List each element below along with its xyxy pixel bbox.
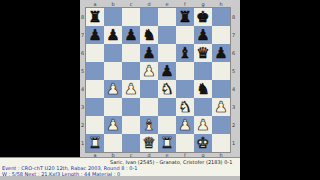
square-g2[interactable]: ♟ — [194, 116, 212, 134]
piece-white-pawn: ♟ — [212, 98, 230, 116]
rank-label-2: 2 — [231, 116, 236, 134]
square-d8[interactable] — [140, 8, 158, 26]
square-a3[interactable] — [86, 98, 104, 116]
piece-black-rook: ♜ — [86, 8, 104, 26]
piece-white-pawn: ♟ — [176, 116, 194, 134]
square-d6[interactable]: ♟ — [140, 44, 158, 62]
piece-black-knight: ♞ — [140, 26, 158, 44]
piece-white-pawn: ♟ — [104, 116, 122, 134]
square-h3[interactable]: ♟ — [212, 98, 230, 116]
square-e3[interactable] — [158, 98, 176, 116]
piece-white-king: ♚ — [194, 134, 212, 152]
square-f5[interactable] — [176, 62, 194, 80]
piece-white-rook: ♜ — [158, 134, 176, 152]
square-e8[interactable] — [158, 8, 176, 26]
square-b1[interactable] — [104, 134, 122, 152]
square-g5[interactable] — [194, 62, 212, 80]
square-h4[interactable] — [212, 80, 230, 98]
square-f1[interactable] — [176, 134, 194, 152]
rank-labels-right: 87654321 — [231, 8, 236, 152]
square-b4[interactable]: ♟ — [104, 80, 122, 98]
square-b6[interactable] — [104, 44, 122, 62]
square-d5[interactable]: ♟ — [140, 62, 158, 80]
square-g8[interactable]: ♚ — [194, 8, 212, 26]
square-c1[interactable] — [122, 134, 140, 152]
square-h7[interactable] — [212, 26, 230, 44]
piece-black-knight: ♞ — [194, 80, 212, 98]
piece-black-queen: ♛ — [194, 44, 212, 62]
square-a1[interactable]: ♜ — [86, 134, 104, 152]
square-d1[interactable]: ♛ — [140, 134, 158, 152]
square-b8[interactable] — [104, 8, 122, 26]
square-h6[interactable]: ♟ — [212, 44, 230, 62]
square-a4[interactable] — [86, 80, 104, 98]
square-g7[interactable]: ♟ — [194, 26, 212, 44]
square-a7[interactable]: ♟ — [86, 26, 104, 44]
window-bottom-bar — [0, 176, 240, 180]
chess-gui-panel: abcdefgh 87654321 87654321 ♜♜♚♟♟♟♞♟♟♝♛♟♟… — [80, 0, 240, 157]
square-a6[interactable] — [86, 44, 104, 62]
square-e5[interactable]: ♟ — [158, 62, 176, 80]
square-a8[interactable]: ♜ — [86, 8, 104, 26]
piece-white-pawn: ♟ — [104, 80, 122, 98]
rank-label-5: 5 — [231, 62, 236, 80]
square-c2[interactable] — [122, 116, 140, 134]
square-c8[interactable] — [122, 8, 140, 26]
chess-board: ♜♜♚♟♟♟♞♟♟♝♛♟♟♟♟♟♞♞♞♟♟♝♟♟♜♛♜♚ — [85, 7, 231, 153]
square-e1[interactable]: ♜ — [158, 134, 176, 152]
square-h5[interactable] — [212, 62, 230, 80]
square-f2[interactable]: ♟ — [176, 116, 194, 134]
square-h2[interactable] — [212, 116, 230, 134]
video-frame: abcdefgh 87654321 87654321 ♜♜♚♟♟♟♞♟♟♝♛♟♟… — [0, 0, 320, 180]
piece-white-pawn: ♟ — [194, 116, 212, 134]
square-b2[interactable]: ♟ — [104, 116, 122, 134]
piece-black-pawn: ♟ — [104, 26, 122, 44]
square-c4[interactable]: ♟ — [122, 80, 140, 98]
square-g4[interactable]: ♞ — [194, 80, 212, 98]
square-b5[interactable] — [104, 62, 122, 80]
piece-black-king: ♚ — [194, 8, 212, 26]
square-f8[interactable]: ♜ — [176, 8, 194, 26]
game-info-panel: Saric, Ivan (2545) - Granato, Cristofer … — [0, 157, 240, 176]
piece-white-knight: ♞ — [176, 98, 194, 116]
piece-black-rook: ♜ — [176, 8, 194, 26]
piece-black-pawn: ♟ — [140, 44, 158, 62]
square-c7[interactable]: ♟ — [122, 26, 140, 44]
square-e6[interactable] — [158, 44, 176, 62]
square-d4[interactable] — [140, 80, 158, 98]
piece-black-pawn: ♟ — [86, 26, 104, 44]
square-g6[interactable]: ♛ — [194, 44, 212, 62]
square-e2[interactable] — [158, 116, 176, 134]
rank-label-1: 1 — [231, 134, 236, 152]
square-a5[interactable] — [86, 62, 104, 80]
square-g3[interactable] — [194, 98, 212, 116]
piece-white-pawn: ♟ — [122, 80, 140, 98]
square-h8[interactable] — [212, 8, 230, 26]
rank-label-3: 3 — [231, 98, 236, 116]
square-f4[interactable] — [176, 80, 194, 98]
piece-black-pawn: ♟ — [212, 44, 230, 62]
square-a2[interactable] — [86, 116, 104, 134]
square-c6[interactable] — [122, 44, 140, 62]
piece-white-pawn: ♟ — [140, 62, 158, 80]
piece-black-pawn: ♟ — [122, 26, 140, 44]
square-e4[interactable]: ♞ — [158, 80, 176, 98]
piece-white-queen: ♛ — [140, 134, 158, 152]
rank-label-4: 4 — [231, 80, 236, 98]
piece-black-pawn: ♟ — [194, 26, 212, 44]
square-g1[interactable]: ♚ — [194, 134, 212, 152]
square-d7[interactable]: ♞ — [140, 26, 158, 44]
piece-white-rook: ♜ — [86, 134, 104, 152]
square-b3[interactable] — [104, 98, 122, 116]
piece-black-bishop: ♝ — [176, 44, 194, 62]
rank-label-7: 7 — [231, 26, 236, 44]
square-f7[interactable] — [176, 26, 194, 44]
rank-label-6: 6 — [231, 44, 236, 62]
rank-label-8: 8 — [231, 8, 236, 26]
piece-black-pawn: ♟ — [158, 62, 176, 80]
square-h1[interactable] — [212, 134, 230, 152]
square-e7[interactable] — [158, 26, 176, 44]
square-d3[interactable] — [140, 98, 158, 116]
piece-white-knight: ♞ — [158, 80, 176, 98]
square-f6[interactable]: ♝ — [176, 44, 194, 62]
square-f3[interactable]: ♞ — [176, 98, 194, 116]
square-c3[interactable] — [122, 98, 140, 116]
square-c5[interactable] — [122, 62, 140, 80]
piece-white-bishop: ♝ — [140, 116, 158, 134]
square-b7[interactable]: ♟ — [104, 26, 122, 44]
square-d2[interactable]: ♝ — [140, 116, 158, 134]
